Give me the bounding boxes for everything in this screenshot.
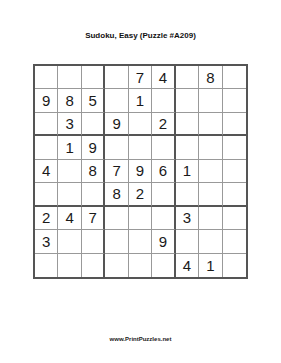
cell-r4c1[interactable] xyxy=(35,136,58,159)
cell-r4c2[interactable]: 1 xyxy=(58,136,81,159)
cell-r4c8[interactable] xyxy=(199,136,222,159)
cell-r8c4[interactable] xyxy=(105,230,128,253)
cell-r6c8[interactable] xyxy=(199,183,222,206)
cell-r1c8[interactable]: 8 xyxy=(199,66,222,89)
cell-r6c9[interactable] xyxy=(223,183,246,206)
cell-r5c9[interactable] xyxy=(223,160,246,183)
cell-r4c5[interactable] xyxy=(129,136,152,159)
cell-r3c3[interactable] xyxy=(82,113,105,136)
cell-r2c9[interactable] xyxy=(223,89,246,112)
cell-r2c8[interactable] xyxy=(199,89,222,112)
cell-r4c3[interactable]: 9 xyxy=(82,136,105,159)
cell-r6c7[interactable] xyxy=(176,183,199,206)
cell-r7c9[interactable] xyxy=(223,207,246,230)
cell-r4c4[interactable] xyxy=(105,136,128,159)
cell-r9c1[interactable] xyxy=(35,254,58,277)
sudoku-board: 7489851392194879618224733941 xyxy=(33,64,248,279)
cell-r7c4[interactable] xyxy=(105,207,128,230)
cell-r8c5[interactable] xyxy=(129,230,152,253)
cell-r1c4[interactable] xyxy=(105,66,128,89)
cell-r7c3[interactable]: 7 xyxy=(82,207,105,230)
cell-r1c7[interactable] xyxy=(176,66,199,89)
cell-r4c6[interactable] xyxy=(152,136,175,159)
cell-r4c9[interactable] xyxy=(223,136,246,159)
cell-r3c8[interactable] xyxy=(199,113,222,136)
cell-r5c2[interactable] xyxy=(58,160,81,183)
cell-r1c5[interactable]: 7 xyxy=(129,66,152,89)
cell-r3c7[interactable] xyxy=(176,113,199,136)
cell-r1c6[interactable]: 4 xyxy=(152,66,175,89)
cell-r2c3[interactable]: 5 xyxy=(82,89,105,112)
cell-r1c2[interactable] xyxy=(58,66,81,89)
cell-r6c3[interactable] xyxy=(82,183,105,206)
footer-url: www.PrintPuzzles.net xyxy=(0,336,281,342)
cell-r8c7[interactable] xyxy=(176,230,199,253)
cell-r3c4[interactable]: 9 xyxy=(105,113,128,136)
cell-r9c3[interactable] xyxy=(82,254,105,277)
cell-r8c1[interactable]: 3 xyxy=(35,230,58,253)
cell-r6c5[interactable]: 2 xyxy=(129,183,152,206)
cell-r2c5[interactable]: 1 xyxy=(129,89,152,112)
cell-r9c2[interactable] xyxy=(58,254,81,277)
cell-r8c3[interactable] xyxy=(82,230,105,253)
cell-r3c2[interactable]: 3 xyxy=(58,113,81,136)
cell-r6c2[interactable] xyxy=(58,183,81,206)
puzzle-title: Sudoku, Easy (Puzzle #A209) xyxy=(0,31,281,40)
cell-r8c6[interactable]: 9 xyxy=(152,230,175,253)
cell-r7c1[interactable]: 2 xyxy=(35,207,58,230)
cell-r5c5[interactable]: 9 xyxy=(129,160,152,183)
cell-r1c9[interactable] xyxy=(223,66,246,89)
cell-r4c7[interactable] xyxy=(176,136,199,159)
cell-r3c1[interactable] xyxy=(35,113,58,136)
cell-r7c2[interactable]: 4 xyxy=(58,207,81,230)
cell-r8c2[interactable] xyxy=(58,230,81,253)
cell-r8c8[interactable] xyxy=(199,230,222,253)
cell-r2c4[interactable] xyxy=(105,89,128,112)
cell-r9c7[interactable]: 4 xyxy=(176,254,199,277)
cell-r3c6[interactable]: 2 xyxy=(152,113,175,136)
cell-r2c1[interactable]: 9 xyxy=(35,89,58,112)
cell-r5c8[interactable] xyxy=(199,160,222,183)
cell-r8c9[interactable] xyxy=(223,230,246,253)
cell-r9c4[interactable] xyxy=(105,254,128,277)
cell-r9c8[interactable]: 1 xyxy=(199,254,222,277)
cell-r9c6[interactable] xyxy=(152,254,175,277)
cell-r7c8[interactable] xyxy=(199,207,222,230)
cell-r9c9[interactable] xyxy=(223,254,246,277)
cell-r1c3[interactable] xyxy=(82,66,105,89)
cell-r1c1[interactable] xyxy=(35,66,58,89)
cell-r5c3[interactable]: 8 xyxy=(82,160,105,183)
cell-r6c6[interactable] xyxy=(152,183,175,206)
cell-r7c5[interactable] xyxy=(129,207,152,230)
cell-r3c9[interactable] xyxy=(223,113,246,136)
cell-r2c7[interactable] xyxy=(176,89,199,112)
cell-r5c4[interactable]: 7 xyxy=(105,160,128,183)
cell-r7c7[interactable]: 3 xyxy=(176,207,199,230)
cell-r2c6[interactable] xyxy=(152,89,175,112)
cell-r6c4[interactable]: 8 xyxy=(105,183,128,206)
cell-r6c1[interactable] xyxy=(35,183,58,206)
sudoku-page: Sudoku, Easy (Puzzle #A209) 748985139219… xyxy=(0,0,281,363)
cell-r5c1[interactable]: 4 xyxy=(35,160,58,183)
cell-r5c7[interactable]: 1 xyxy=(176,160,199,183)
cell-r9c5[interactable] xyxy=(129,254,152,277)
cell-r2c2[interactable]: 8 xyxy=(58,89,81,112)
cell-r7c6[interactable] xyxy=(152,207,175,230)
cell-r5c6[interactable]: 6 xyxy=(152,160,175,183)
cell-r3c5[interactable] xyxy=(129,113,152,136)
